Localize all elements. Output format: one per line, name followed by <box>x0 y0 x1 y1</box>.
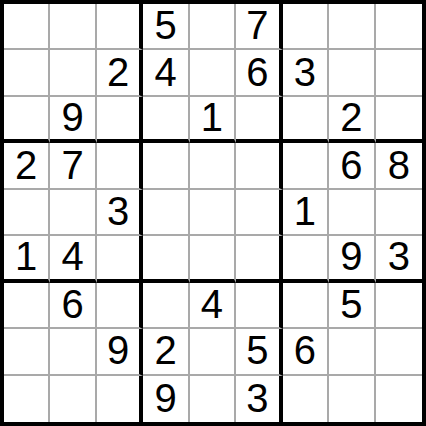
cell-r7c3[interactable] <box>97 283 143 329</box>
cell-r2c7[interactable]: 3 <box>283 50 329 96</box>
given-digit: 2 <box>15 145 37 185</box>
given-digit: 6 <box>340 145 362 185</box>
cell-r9c1[interactable] <box>4 376 50 422</box>
given-digit: 3 <box>246 378 268 418</box>
cell-r6c4[interactable] <box>143 236 189 282</box>
cell-r3c3[interactable] <box>97 97 143 143</box>
cell-r8c3[interactable]: 9 <box>97 329 143 375</box>
cell-r3c4[interactable] <box>143 97 189 143</box>
cell-r3c6[interactable] <box>236 97 282 143</box>
cell-r4c7[interactable] <box>283 143 329 189</box>
cell-r6c1[interactable]: 1 <box>4 236 50 282</box>
cell-r3c7[interactable] <box>283 97 329 143</box>
cell-r7c7[interactable] <box>283 283 329 329</box>
cell-r2c9[interactable] <box>376 50 422 96</box>
cell-r5c5[interactable] <box>190 190 236 236</box>
cell-r6c9[interactable]: 3 <box>376 236 422 282</box>
cell-r4c9[interactable]: 8 <box>376 143 422 189</box>
given-digit: 2 <box>107 52 129 92</box>
cell-r9c7[interactable] <box>283 376 329 422</box>
cell-r6c2[interactable]: 4 <box>50 236 96 282</box>
cell-r1c1[interactable] <box>4 4 50 50</box>
cell-r8c7[interactable]: 6 <box>283 329 329 375</box>
given-digit: 9 <box>340 236 362 276</box>
cell-r5c2[interactable] <box>50 190 96 236</box>
cell-r7c1[interactable] <box>4 283 50 329</box>
given-digit: 3 <box>294 52 316 92</box>
cell-r5c1[interactable] <box>4 190 50 236</box>
cell-r1c9[interactable] <box>376 4 422 50</box>
cell-r2c8[interactable] <box>329 50 375 96</box>
given-digit: 5 <box>340 284 362 324</box>
cell-r7c5[interactable]: 4 <box>190 283 236 329</box>
given-digit: 1 <box>15 236 37 276</box>
cell-r4c3[interactable] <box>97 143 143 189</box>
cell-r8c2[interactable] <box>50 329 96 375</box>
cell-r7c2[interactable]: 6 <box>50 283 96 329</box>
cell-r4c6[interactable] <box>236 143 282 189</box>
given-digit: 7 <box>246 5 268 45</box>
cell-r5c7[interactable]: 1 <box>283 190 329 236</box>
given-digit: 8 <box>388 145 410 185</box>
given-digit: 9 <box>62 97 84 137</box>
cell-r7c8[interactable]: 5 <box>329 283 375 329</box>
given-digit: 5 <box>154 5 176 45</box>
given-digit: 5 <box>246 330 268 370</box>
cell-r6c6[interactable] <box>236 236 282 282</box>
given-digit: 6 <box>294 330 316 370</box>
cell-r1c6[interactable]: 7 <box>236 4 282 50</box>
given-digit: 1 <box>201 97 223 137</box>
given-digit: 2 <box>154 330 176 370</box>
given-digit: 6 <box>62 284 84 324</box>
cell-r3c9[interactable] <box>376 97 422 143</box>
cell-r5c6[interactable] <box>236 190 282 236</box>
given-digit: 6 <box>246 52 268 92</box>
given-digit: 4 <box>201 284 223 324</box>
cell-r5c8[interactable] <box>329 190 375 236</box>
cell-r2c3[interactable]: 2 <box>97 50 143 96</box>
cell-r4c4[interactable] <box>143 143 189 189</box>
sudoku-board: 5724639122768311493645925693 <box>0 0 426 426</box>
cell-r8c6[interactable]: 5 <box>236 329 282 375</box>
cell-r1c8[interactable] <box>329 4 375 50</box>
given-digit: 9 <box>107 330 129 370</box>
cell-r4c8[interactable]: 6 <box>329 143 375 189</box>
cell-r9c9[interactable] <box>376 376 422 422</box>
cell-r9c8[interactable] <box>329 376 375 422</box>
cell-r2c1[interactable] <box>4 50 50 96</box>
cell-r7c9[interactable] <box>376 283 422 329</box>
cell-r9c2[interactable] <box>50 376 96 422</box>
given-digit: 9 <box>154 378 176 418</box>
cell-r8c9[interactable] <box>376 329 422 375</box>
cell-r8c1[interactable] <box>4 329 50 375</box>
cell-r7c4[interactable] <box>143 283 189 329</box>
cell-r6c8[interactable]: 9 <box>329 236 375 282</box>
cell-r2c6[interactable]: 6 <box>236 50 282 96</box>
given-digit: 3 <box>388 236 410 276</box>
cell-r9c3[interactable] <box>97 376 143 422</box>
cell-r3c8[interactable]: 2 <box>329 97 375 143</box>
cell-r6c7[interactable] <box>283 236 329 282</box>
cell-r8c4[interactable]: 2 <box>143 329 189 375</box>
cell-r7c6[interactable] <box>236 283 282 329</box>
cell-r1c7[interactable] <box>283 4 329 50</box>
cell-r2c5[interactable] <box>190 50 236 96</box>
cell-r2c2[interactable] <box>50 50 96 96</box>
cell-r1c2[interactable] <box>50 4 96 50</box>
cell-r1c3[interactable] <box>97 4 143 50</box>
cell-r2c4[interactable]: 4 <box>143 50 189 96</box>
cell-r6c3[interactable] <box>97 236 143 282</box>
cell-r5c9[interactable] <box>376 190 422 236</box>
given-digit: 4 <box>154 52 176 92</box>
cell-r5c3[interactable]: 3 <box>97 190 143 236</box>
cell-r1c5[interactable] <box>190 4 236 50</box>
given-digit: 2 <box>340 97 362 137</box>
given-digit: 3 <box>107 191 129 231</box>
cell-r4c1[interactable]: 2 <box>4 143 50 189</box>
cell-r3c2[interactable]: 9 <box>50 97 96 143</box>
cell-r9c6[interactable]: 3 <box>236 376 282 422</box>
cell-r3c1[interactable] <box>4 97 50 143</box>
cell-r9c5[interactable] <box>190 376 236 422</box>
cell-r4c2[interactable]: 7 <box>50 143 96 189</box>
cell-r9c4[interactable]: 9 <box>143 376 189 422</box>
given-digit: 1 <box>294 191 316 231</box>
cell-r8c8[interactable] <box>329 329 375 375</box>
cell-r4c5[interactable] <box>190 143 236 189</box>
given-digit: 7 <box>62 145 84 185</box>
cell-r1c4[interactable]: 5 <box>143 4 189 50</box>
cell-r8c5[interactable] <box>190 329 236 375</box>
cell-r3c5[interactable]: 1 <box>190 97 236 143</box>
cell-r6c5[interactable] <box>190 236 236 282</box>
given-digit: 4 <box>62 236 84 276</box>
cell-r5c4[interactable] <box>143 190 189 236</box>
